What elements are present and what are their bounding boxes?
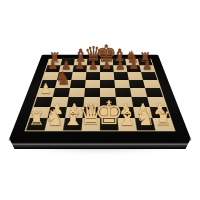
- piece-black-knight-b5[interactable]: ♞: [55, 69, 71, 87]
- pieces-layer: ♜♝♛♚♝♞♜♟♟♟♟♟♟♟♟♞♟♟♟♟♟♟♟♟♜♞♝♛♚♝♞♜: [0, 0, 200, 200]
- piece-black-pawn-f7[interactable]: ♟: [115, 60, 125, 72]
- piece-white-knight-g1[interactable]: ♞: [135, 107, 155, 129]
- chess-set-photo: ♜♝♛♚♝♞♜♟♟♟♟♟♟♟♟♞♟♟♟♟♟♟♟♟♜♞♝♛♚♝♞♜: [0, 0, 200, 200]
- piece-black-pawn-g7[interactable]: ♟: [129, 60, 139, 72]
- piece-black-pawn-c7[interactable]: ♟: [75, 60, 85, 72]
- piece-white-rook-h1[interactable]: ♜: [155, 110, 172, 129]
- piece-white-pawn-a4[interactable]: ♟: [40, 82, 52, 95]
- piece-black-pawn-d7[interactable]: ♟: [88, 60, 98, 72]
- piece-black-pawn-h7[interactable]: ♟: [142, 60, 152, 72]
- piece-black-pawn-e7[interactable]: ♟: [102, 60, 112, 72]
- piece-white-rook-a1[interactable]: ♜: [28, 110, 45, 129]
